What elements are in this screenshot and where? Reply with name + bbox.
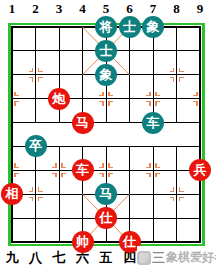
watermark: 三 象棋爱好者 bbox=[137, 246, 216, 269]
piece-卒-black[interactable]: 卒 bbox=[25, 135, 47, 157]
watermark-label: 象棋爱好者 bbox=[166, 249, 216, 266]
bottom-file-numeral-covered: 三 bbox=[152, 249, 165, 267]
piece-车-red[interactable]: 车 bbox=[72, 159, 94, 181]
piece-将-black[interactable]: 将 bbox=[95, 16, 117, 38]
piece-士-black[interactable]: 士 bbox=[95, 40, 117, 62]
piece-士-black[interactable]: 士 bbox=[119, 16, 141, 38]
piece-仕-red[interactable]: 仕 bbox=[95, 207, 117, 229]
piece-象-black[interactable]: 象 bbox=[95, 64, 117, 86]
piece-象-black[interactable]: 象 bbox=[142, 16, 164, 38]
piece-马-red[interactable]: 马 bbox=[72, 112, 94, 134]
xiangqi-diagram: 123456789 九八七六五四三二一 楚河汉界 将士象士象炮马车卒车兵相马仕帅… bbox=[0, 0, 216, 270]
watermark-logo-icon bbox=[137, 251, 151, 265]
piece-炮-red[interactable]: 炮 bbox=[48, 88, 70, 110]
piece-帅-red[interactable]: 帅 bbox=[72, 231, 94, 253]
piece-车-black[interactable]: 车 bbox=[142, 112, 164, 134]
